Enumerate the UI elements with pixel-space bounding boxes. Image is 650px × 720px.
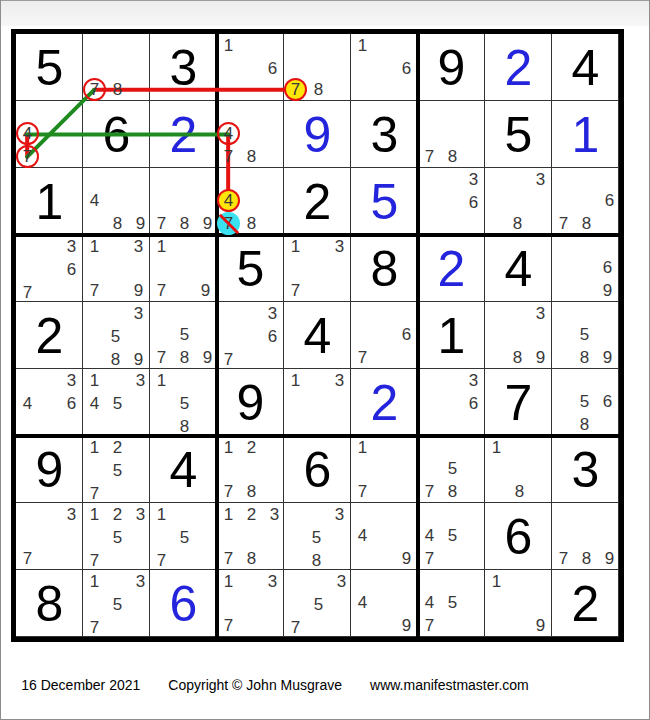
candidate-8: 8 [240,547,263,570]
candidate-6: 6 [596,256,619,279]
candidate-6: 6 [395,57,418,80]
digit-5: 5 [485,101,552,168]
candidate-5: 5 [104,325,127,348]
candidate-6: 6 [462,191,485,214]
candidate-7: 7 [16,145,39,168]
cell-r2c4: 478 [217,101,284,168]
digit-2: 2 [284,168,351,235]
digit-5: 5 [351,168,418,235]
candidate-9: 9 [529,346,552,369]
candidate-1: 1 [217,436,240,459]
pencil-marks: 158 [150,369,217,436]
candidate-1: 1 [83,570,106,593]
candidate-9: 9 [395,614,418,637]
candidate-5: 5 [173,526,196,549]
candidate-7: 7 [150,549,173,572]
pencil-marks: 49 [351,503,418,570]
cell-r7c8: 18 [485,436,552,503]
candidate-3: 3 [129,503,152,526]
candidate-8: 8 [173,415,196,438]
cell-r4c5: 137 [284,235,351,302]
candidate-1: 1 [83,436,106,459]
candidate-8: 8 [573,413,596,436]
footer-copyright: Copyright © John Musgrave [168,677,342,693]
candidate-4: 4 [217,122,240,145]
cell-r3c2: 489 [83,168,150,235]
digit-6: 6 [150,570,217,637]
candidate-9: 9 [194,279,217,302]
candidate-9: 9 [127,348,150,371]
candidate-3: 3 [330,570,353,593]
candidate-6: 6 [261,325,284,348]
candidate-2: 2 [106,436,129,459]
cell-r9c5: 357 [284,570,351,637]
cell-r5c3: 5789 [150,302,217,369]
pencil-marks: 36 [418,168,485,235]
cell-r1c1: 5 [16,34,83,101]
cell-r4c7: 2 [418,235,485,302]
cell-r3c8: 38 [485,168,552,235]
cell-r2c3: 2 [150,101,217,168]
candidate-5: 5 [307,593,330,616]
candidate-6: 6 [598,189,621,212]
digit-6: 6 [284,436,351,503]
candidate-1: 1 [217,34,240,57]
candidate-6: 6 [60,258,83,281]
candidate-8: 8 [104,348,127,371]
digit-7: 7 [485,369,552,436]
pencil-marks: 489 [83,168,150,235]
digit-4: 4 [284,302,351,369]
cell-r1c6: 16 [351,34,418,101]
candidate-7: 7 [217,348,240,371]
candidate-7: 7 [217,145,240,168]
cell-r7c9: 3 [552,436,619,503]
digit-3: 3 [351,101,418,168]
candidate-8: 8 [506,212,529,235]
cell-r6c2: 1345 [83,369,150,436]
pencil-marks: 137 [217,570,284,637]
candidate-3: 3 [127,235,150,258]
pencil-marks: 578 [418,436,485,503]
pencil-marks: 478 [217,168,284,235]
candidate-7: 7 [217,212,240,235]
cell-r1c8: 2 [485,34,552,101]
candidate-1: 1 [485,570,508,593]
pencil-marks: 346 [16,369,83,436]
page: 5783167816924476247893785114897894782536… [0,0,650,720]
candidate-3: 3 [261,570,284,593]
pencil-marks: 12378 [217,503,284,570]
cell-r6c4: 9 [217,369,284,436]
digit-1: 1 [552,101,619,168]
candidate-7: 7 [284,279,307,302]
cell-r5c4: 367 [217,302,284,369]
pencil-marks: 69 [552,235,619,302]
candidate-1: 1 [150,235,173,258]
pencil-marks: 16 [217,34,284,101]
pencil-marks: 16 [351,34,418,101]
pencil-marks: 37 [16,503,83,570]
candidate-1: 1 [83,235,106,258]
pencil-marks: 17 [351,436,418,503]
candidate-9: 9 [395,547,418,570]
candidate-5: 5 [573,323,596,346]
candidate-5: 5 [106,392,129,415]
cell-r1c7: 9 [418,34,485,101]
pencil-marks: 13 [284,369,351,436]
cell-r3c6: 5 [351,168,418,235]
digit-9: 9 [16,436,83,503]
cell-r1c5: 78 [284,34,351,101]
digit-2: 2 [485,34,552,101]
cell-r6c7: 36 [418,369,485,436]
candidate-7: 7 [150,279,173,302]
pencil-marks: 78 [418,101,485,168]
digit-2: 2 [150,101,217,168]
cell-r5c5: 4 [284,302,351,369]
candidate-4: 4 [83,189,106,212]
candidate-5: 5 [106,526,129,549]
candidate-5: 5 [173,392,196,415]
candidate-3: 3 [529,168,552,191]
digit-2: 2 [16,302,83,369]
candidate-8: 8 [173,346,196,369]
candidate-3: 3 [129,369,152,392]
candidate-3: 3 [462,168,485,191]
cell-r9c1: 8 [16,570,83,637]
cell-r7c6: 17 [351,436,418,503]
candidate-4: 4 [16,392,39,415]
pencil-marks: 1257 [83,436,150,503]
cell-r2c5: 9 [284,101,351,168]
candidate-9: 9 [127,279,150,302]
cell-r8c8: 6 [485,503,552,570]
pencil-marks: 1345 [83,369,150,436]
cell-r8c4: 12378 [217,503,284,570]
candidate-5: 5 [106,459,129,482]
candidate-7: 7 [418,145,441,168]
candidate-5: 5 [173,323,196,346]
candidate-5: 5 [305,526,328,549]
pencil-marks: 367 [16,235,83,302]
candidate-8: 8 [240,212,263,235]
candidate-1: 1 [83,503,106,526]
candidate-1: 1 [485,436,508,459]
cell-r5c2: 3589 [83,302,150,369]
cell-r5c6: 67 [351,302,418,369]
pencil-marks: 137 [284,235,351,302]
candidate-3: 3 [328,503,351,526]
pencil-marks: 36 [418,369,485,436]
pencil-marks: 38 [485,168,552,235]
candidate-4: 4 [351,591,374,614]
candidate-9: 9 [596,346,619,369]
candidate-1: 1 [83,369,106,392]
candidate-8: 8 [305,549,328,572]
candidate-7: 7 [418,547,441,570]
cell-r3c1: 1 [16,168,83,235]
digit-4: 4 [150,436,217,503]
pencil-marks: 678 [552,168,619,235]
cell-r2c8: 5 [485,101,552,168]
footer-website: www.manifestmaster.com [370,677,529,693]
digit-6: 6 [83,101,150,168]
candidate-5: 5 [441,591,464,614]
elimination-slash [218,213,239,234]
pencil-marks: 789 [552,503,619,570]
digit-9: 9 [217,369,284,436]
cell-r7c2: 1257 [83,436,150,503]
pencil-marks: 357 [284,570,351,637]
digit-5: 5 [16,34,83,101]
candidate-6: 6 [395,323,418,346]
pencil-marks: 589 [552,302,619,369]
digit-2: 2 [418,235,485,302]
candidate-7: 7 [217,614,240,637]
candidate-7: 7 [351,346,374,369]
candidate-9: 9 [529,614,552,637]
candidate-4: 4 [351,524,374,547]
candidate-1: 1 [351,436,374,459]
cell-r3c4: 478 [217,168,284,235]
digit-9: 9 [418,34,485,101]
candidate-7: 7 [16,281,39,304]
pencil-marks: 19 [485,570,552,637]
candidate-9: 9 [196,346,219,369]
candidate-7: 7 [284,78,307,101]
digit-2: 2 [351,369,418,436]
cell-r4c1: 367 [16,235,83,302]
sudoku-grid: 5783167816924476247893785114897894782536… [11,29,624,642]
pencil-marks: 389 [485,302,552,369]
cell-r5c9: 589 [552,302,619,369]
pencil-marks: 5789 [150,302,217,369]
candidate-9: 9 [129,212,152,235]
digit-5: 5 [217,235,284,302]
pencil-marks: 78 [83,34,150,101]
cell-r5c7: 1 [418,302,485,369]
candidate-9: 9 [196,212,219,235]
digit-9: 9 [284,101,351,168]
pencil-marks: 1379 [83,235,150,302]
cell-r6c5: 13 [284,369,351,436]
candidate-8: 8 [441,480,464,503]
pencil-marks: 67 [351,302,418,369]
candidate-8: 8 [506,346,529,369]
candidate-4: 4 [418,591,441,614]
candidate-2: 2 [106,503,129,526]
candidate-1: 1 [284,369,307,392]
candidate-3: 3 [263,503,286,526]
candidate-1: 1 [150,369,173,392]
cell-r8c7: 457 [418,503,485,570]
candidate-3: 3 [529,302,552,325]
pencil-marks: 478 [217,101,284,168]
candidate-8: 8 [575,212,598,235]
cell-r9c2: 1357 [83,570,150,637]
pencil-marks: 789 [150,168,217,235]
pencil-marks: 1357 [83,570,150,637]
digit-3: 3 [552,436,619,503]
cell-r3c3: 789 [150,168,217,235]
cell-r9c3: 6 [150,570,217,637]
cell-r8c1: 37 [16,503,83,570]
cell-r6c9: 568 [552,369,619,436]
candidate-8: 8 [441,145,464,168]
cell-r8c9: 789 [552,503,619,570]
footer-date: 16 December 2021 [21,677,140,693]
candidate-3: 3 [261,302,284,325]
candidate-7: 7 [552,547,575,570]
cell-r4c4: 5 [217,235,284,302]
candidate-6: 6 [261,57,284,80]
cell-r1c3: 3 [150,34,217,101]
candidate-1: 1 [217,570,240,593]
digit-3: 3 [150,34,217,101]
cell-r3c5: 2 [284,168,351,235]
cell-r9c6: 49 [351,570,418,637]
candidate-4: 4 [16,122,39,145]
cell-r2c1: 47 [16,101,83,168]
candidate-8: 8 [307,78,330,101]
footer: 16 December 2021 Copyright © John Musgra… [1,662,649,708]
candidate-1: 1 [150,503,173,526]
pencil-marks: 3589 [83,302,150,369]
candidate-7: 7 [83,279,106,302]
candidate-7: 7 [418,614,441,637]
candidate-7: 7 [418,480,441,503]
cell-r4c8: 4 [485,235,552,302]
cell-r8c2: 12357 [83,503,150,570]
cell-r4c3: 179 [150,235,217,302]
candidate-7: 7 [150,212,173,235]
cell-r7c1: 9 [16,436,83,503]
candidate-3: 3 [127,302,150,325]
candidate-3: 3 [462,369,485,392]
candidate-3: 3 [60,503,83,526]
candidate-8: 8 [575,547,598,570]
candidate-4: 4 [217,189,240,212]
candidate-1: 1 [284,235,307,258]
candidate-2: 2 [240,503,263,526]
title-bar [1,0,649,26]
cell-r2c9: 1 [552,101,619,168]
candidate-8: 8 [240,145,263,168]
candidate-7: 7 [83,482,106,505]
candidate-7: 7 [552,212,575,235]
box-separator-vertical-1 [215,34,219,637]
pencil-marks: 367 [217,302,284,369]
cell-r8c5: 358 [284,503,351,570]
pencil-marks: 457 [418,570,485,637]
cell-r4c2: 1379 [83,235,150,302]
candidate-3: 3 [60,369,83,392]
cell-r5c8: 389 [485,302,552,369]
cell-r7c5: 6 [284,436,351,503]
candidate-4: 4 [418,524,441,547]
candidate-8: 8 [240,480,263,503]
cell-r7c7: 578 [418,436,485,503]
pencil-marks: 457 [418,503,485,570]
candidate-9: 9 [598,547,621,570]
cell-r1c9: 4 [552,34,619,101]
candidate-3: 3 [60,235,83,258]
digit-4: 4 [485,235,552,302]
digit-8: 8 [351,235,418,302]
candidate-1: 1 [351,34,374,57]
cell-r4c6: 8 [351,235,418,302]
digit-8: 8 [16,570,83,637]
candidate-6: 6 [596,390,619,413]
pencil-marks: 12357 [83,503,150,570]
cell-r9c8: 19 [485,570,552,637]
cell-r9c4: 137 [217,570,284,637]
candidate-7: 7 [284,616,307,639]
cell-r8c6: 49 [351,503,418,570]
candidate-7: 7 [83,616,106,639]
candidate-5: 5 [573,390,596,413]
cell-r6c8: 7 [485,369,552,436]
candidate-7: 7 [351,480,374,503]
cell-r7c3: 4 [150,436,217,503]
candidate-7: 7 [83,549,106,572]
candidate-2: 2 [240,436,263,459]
cell-r1c2: 78 [83,34,150,101]
pencil-marks: 358 [284,503,351,570]
candidate-8: 8 [106,212,129,235]
digit-6: 6 [485,503,552,570]
cell-r6c3: 158 [150,369,217,436]
pencil-marks: 18 [485,436,552,503]
pencil-marks: 49 [351,570,418,637]
pencil-marks: 568 [552,369,619,436]
candidate-4: 4 [83,392,106,415]
cell-r2c7: 78 [418,101,485,168]
cell-r9c9: 2 [552,570,619,637]
cell-r9c7: 457 [418,570,485,637]
pencil-marks: 1278 [217,436,284,503]
candidate-6: 6 [462,392,485,415]
cell-r2c2: 6 [83,101,150,168]
box-separator-horizontal-2 [16,434,619,438]
candidate-7: 7 [217,480,240,503]
cell-r4c9: 69 [552,235,619,302]
digit-2: 2 [552,570,619,637]
cell-r2c6: 3 [351,101,418,168]
candidate-3: 3 [328,369,351,392]
candidate-8: 8 [173,212,196,235]
pencil-marks: 78 [284,34,351,101]
candidate-8: 8 [573,346,596,369]
candidate-6: 6 [60,392,83,415]
candidate-9: 9 [596,279,619,302]
candidate-7: 7 [16,547,39,570]
candidate-1: 1 [217,503,240,526]
pencil-marks: 179 [150,235,217,302]
digit-1: 1 [16,168,83,235]
cell-r6c6: 2 [351,369,418,436]
candidate-7: 7 [150,346,173,369]
candidate-8: 8 [508,480,531,503]
candidate-5: 5 [441,524,464,547]
pencil-marks: 47 [16,101,83,168]
cell-r6c1: 346 [16,369,83,436]
cell-r8c3: 157 [150,503,217,570]
box-separator-horizontal-1 [16,233,619,237]
candidate-7: 7 [217,547,240,570]
cell-r5c1: 2 [16,302,83,369]
